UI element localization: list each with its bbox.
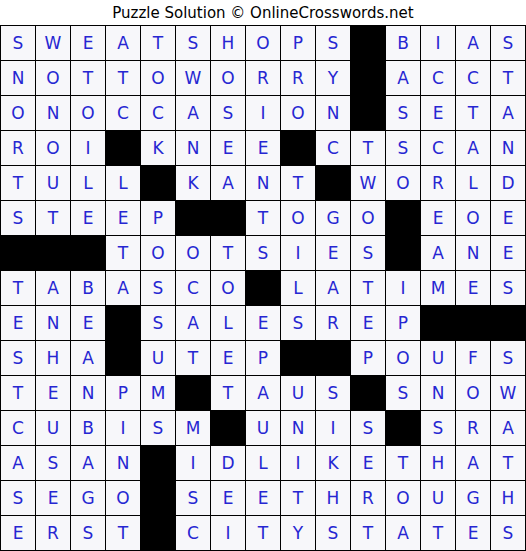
letter-cell-r2c15: T (491, 61, 525, 95)
block-cell-r10c4 (106, 341, 140, 375)
letter-cell-r10c8: P (246, 341, 280, 375)
letter-cell-r8c7: O (211, 271, 245, 305)
letter-cell-r1c3: E (71, 26, 105, 60)
letter-cell-r2c5: O (141, 61, 175, 95)
letter-cell-r12c10: I (316, 411, 350, 445)
letter-cell-r11c12: S (386, 376, 420, 410)
letter-cell-r14c3: G (71, 481, 105, 515)
letter-cell-r3c3: O (71, 96, 105, 130)
letter-cell-r1c2: W (36, 26, 70, 60)
block-cell-r4c9 (281, 131, 315, 165)
letter-cell-r3c5: C (141, 96, 175, 130)
letter-cell-r8c15: S (491, 271, 525, 305)
letter-cell-r7c5: O (141, 236, 175, 270)
letter-cell-r11c9: U (281, 376, 315, 410)
letter-cell-r4c5: K (141, 131, 175, 165)
letter-cell-r10c13: U (421, 341, 455, 375)
letter-cell-r3c9: O (281, 96, 315, 130)
letter-cell-r6c4: E (106, 201, 140, 235)
letter-cell-r14c7: E (211, 481, 245, 515)
block-cell-r11c11 (351, 376, 385, 410)
letter-cell-r9c1: E (1, 306, 35, 340)
block-cell-r1c11 (351, 26, 385, 60)
letter-cell-r13c10: K (316, 446, 350, 480)
letter-cell-r5c8: N (246, 166, 280, 200)
letter-cell-r14c10: H (316, 481, 350, 515)
letter-cell-r14c15: H (491, 481, 525, 515)
letter-cell-r13c9: I (281, 446, 315, 480)
letter-cell-r2c14: C (456, 61, 490, 95)
letter-cell-r1c12: B (386, 26, 420, 60)
letter-cell-r5c15: D (491, 166, 525, 200)
letter-cell-r3c15: A (491, 96, 525, 130)
block-cell-r9c15 (491, 306, 525, 340)
letter-cell-r7c11: S (351, 236, 385, 270)
letter-cell-r13c3: A (71, 446, 105, 480)
letter-cell-r8c2: A (36, 271, 70, 305)
letter-cell-r15c7: I (211, 516, 245, 550)
letter-cell-r11c1: T (1, 376, 35, 410)
letter-cell-r7c7: T (211, 236, 245, 270)
letter-cell-r5c13: R (421, 166, 455, 200)
letter-cell-r13c14: A (456, 446, 490, 480)
letter-cell-r7c8: S (246, 236, 280, 270)
letter-cell-r2c1: N (1, 61, 35, 95)
letter-cell-r3c14: T (456, 96, 490, 130)
block-cell-r9c14 (456, 306, 490, 340)
letter-cell-r1c8: O (246, 26, 280, 60)
letter-cell-r15c12: A (386, 516, 420, 550)
letter-cell-r5c9: T (281, 166, 315, 200)
letter-cell-r8c5: S (141, 271, 175, 305)
letter-cell-r1c14: A (456, 26, 490, 60)
letter-cell-r14c6: S (176, 481, 210, 515)
letter-cell-r6c15: E (491, 201, 525, 235)
block-cell-r15c5 (141, 516, 175, 550)
letter-cell-r5c14: L (456, 166, 490, 200)
letter-cell-r12c8: U (246, 411, 280, 445)
letter-cell-r4c12: S (386, 131, 420, 165)
letter-cell-r10c12: O (386, 341, 420, 375)
letter-cell-r14c12: O (386, 481, 420, 515)
letter-cell-r2c4: T (106, 61, 140, 95)
letter-cell-r2c9: R (281, 61, 315, 95)
letter-cell-r3c10: N (316, 96, 350, 130)
letter-cell-r8c11: T (351, 271, 385, 305)
letter-cell-r6c2: T (36, 201, 70, 235)
letter-cell-r15c9: Y (281, 516, 315, 550)
block-cell-r9c4 (106, 306, 140, 340)
letter-cell-r14c4: O (106, 481, 140, 515)
letter-cell-r2c7: O (211, 61, 245, 95)
block-cell-r8c8 (246, 271, 280, 305)
block-cell-r9c13 (421, 306, 455, 340)
letter-cell-r11c15: W (491, 376, 525, 410)
letter-cell-r15c11: T (351, 516, 385, 550)
letter-cell-r10c5: U (141, 341, 175, 375)
letter-cell-r12c13: S (421, 411, 455, 445)
letter-cell-r7c4: T (106, 236, 140, 270)
letter-cell-r5c6: K (176, 166, 210, 200)
letter-cell-r2c10: Y (316, 61, 350, 95)
letter-cell-r7c14: N (456, 236, 490, 270)
letter-cell-r6c11: O (351, 201, 385, 235)
block-cell-r7c12 (386, 236, 420, 270)
block-cell-r13c5 (141, 446, 175, 480)
block-cell-r12c7 (211, 411, 245, 445)
block-cell-r6c6 (176, 201, 210, 235)
letter-cell-r14c14: G (456, 481, 490, 515)
letter-cell-r2c12: A (386, 61, 420, 95)
letter-cell-r4c3: I (71, 131, 105, 165)
letter-cell-r4c15: N (491, 131, 525, 165)
letter-cell-r15c8: T (246, 516, 280, 550)
letter-cell-r11c3: N (71, 376, 105, 410)
letter-cell-r7c9: I (281, 236, 315, 270)
letter-cell-r8c3: B (71, 271, 105, 305)
letter-cell-r5c1: T (1, 166, 35, 200)
letter-cell-r6c9: O (281, 201, 315, 235)
crossword-grid: SWEATSHOPSBIASNOTTOWORRYACCTONOCCASIONSE… (0, 25, 526, 551)
letter-cell-r13c6: I (176, 446, 210, 480)
letter-cell-r2c3: T (71, 61, 105, 95)
letter-cell-r14c9: T (281, 481, 315, 515)
letter-cell-r10c14: F (456, 341, 490, 375)
letter-cell-r8c10: A (316, 271, 350, 305)
letter-cell-r8c12: I (386, 271, 420, 305)
letter-cell-r12c5: S (141, 411, 175, 445)
block-cell-r4c4 (106, 131, 140, 165)
letter-cell-r4c1: R (1, 131, 35, 165)
letter-cell-r11c8: A (246, 376, 280, 410)
letter-cell-r15c14: E (456, 516, 490, 550)
letter-cell-r1c6: S (176, 26, 210, 60)
letter-cell-r8c13: M (421, 271, 455, 305)
letter-cell-r3c1: O (1, 96, 35, 130)
letter-cell-r1c15: S (491, 26, 525, 60)
letter-cell-r13c8: L (246, 446, 280, 480)
letter-cell-r6c14: O (456, 201, 490, 235)
letter-cell-r14c2: E (36, 481, 70, 515)
letter-cell-r11c13: N (421, 376, 455, 410)
letter-cell-r15c2: R (36, 516, 70, 550)
block-cell-r6c7 (211, 201, 245, 235)
letter-cell-r6c10: G (316, 201, 350, 235)
letter-cell-r4c10: C (316, 131, 350, 165)
letter-cell-r8c6: C (176, 271, 210, 305)
letter-cell-r5c7: A (211, 166, 245, 200)
letter-cell-r4c14: A (456, 131, 490, 165)
letter-cell-r2c13: C (421, 61, 455, 95)
letter-cell-r14c8: E (246, 481, 280, 515)
letter-cell-r15c6: C (176, 516, 210, 550)
letter-cell-r14c13: U (421, 481, 455, 515)
letter-cell-r14c1: S (1, 481, 35, 515)
letter-cell-r4c8: E (246, 131, 280, 165)
letter-cell-r5c2: U (36, 166, 70, 200)
letter-cell-r3c6: A (176, 96, 210, 130)
letter-cell-r4c11: T (351, 131, 385, 165)
block-cell-r14c5 (141, 481, 175, 515)
letter-cell-r4c6: N (176, 131, 210, 165)
letter-cell-r5c4: L (106, 166, 140, 200)
letter-cell-r7c13: A (421, 236, 455, 270)
letter-cell-r4c7: E (211, 131, 245, 165)
letter-cell-r13c1: A (1, 446, 35, 480)
letter-cell-r5c11: W (351, 166, 385, 200)
letter-cell-r8c9: L (281, 271, 315, 305)
letter-cell-r7c6: O (176, 236, 210, 270)
letter-cell-r12c3: B (71, 411, 105, 445)
letter-cell-r5c3: L (71, 166, 105, 200)
letter-cell-r13c15: T (491, 446, 525, 480)
letter-cell-r4c2: O (36, 131, 70, 165)
letter-cell-r13c7: D (211, 446, 245, 480)
letter-cell-r9c6: A (176, 306, 210, 340)
letter-cell-r9c10: R (316, 306, 350, 340)
letter-cell-r1c9: P (281, 26, 315, 60)
letter-cell-r15c15: S (491, 516, 525, 550)
letter-cell-r12c2: U (36, 411, 70, 445)
letter-cell-r13c13: H (421, 446, 455, 480)
letter-cell-r6c5: P (141, 201, 175, 235)
letter-cell-r15c13: T (421, 516, 455, 550)
letter-cell-r2c6: W (176, 61, 210, 95)
letter-cell-r12c14: R (456, 411, 490, 445)
block-cell-r6c12 (386, 201, 420, 235)
letter-cell-r10c3: A (71, 341, 105, 375)
block-cell-r10c9 (281, 341, 315, 375)
letter-cell-r15c4: T (106, 516, 140, 550)
letter-cell-r3c4: C (106, 96, 140, 130)
letter-cell-r14c11: R (351, 481, 385, 515)
letter-cell-r9c9: S (281, 306, 315, 340)
block-cell-r2c11 (351, 61, 385, 95)
letter-cell-r10c1: S (1, 341, 35, 375)
letter-cell-r13c11: E (351, 446, 385, 480)
block-cell-r7c3 (71, 236, 105, 270)
letter-cell-r11c4: P (106, 376, 140, 410)
letter-cell-r9c11: E (351, 306, 385, 340)
block-cell-r10c10 (316, 341, 350, 375)
letter-cell-r3c8: I (246, 96, 280, 130)
letter-cell-r10c15: S (491, 341, 525, 375)
letter-cell-r5c12: O (386, 166, 420, 200)
letter-cell-r13c12: T (386, 446, 420, 480)
letter-cell-r11c2: E (36, 376, 70, 410)
letter-cell-r2c2: O (36, 61, 70, 95)
letter-cell-r3c2: N (36, 96, 70, 130)
letter-cell-r11c7: T (211, 376, 245, 410)
letter-cell-r6c13: E (421, 201, 455, 235)
letter-cell-r9c8: E (246, 306, 280, 340)
letter-cell-r9c5: S (141, 306, 175, 340)
letter-cell-r12c9: N (281, 411, 315, 445)
letter-cell-r7c15: E (491, 236, 525, 270)
letter-cell-r1c1: S (1, 26, 35, 60)
letter-cell-r6c8: T (246, 201, 280, 235)
letter-cell-r1c4: A (106, 26, 140, 60)
letter-cell-r3c12: S (386, 96, 420, 130)
letter-cell-r9c2: N (36, 306, 70, 340)
letter-cell-r8c14: E (456, 271, 490, 305)
block-cell-r7c2 (36, 236, 70, 270)
block-cell-r3c11 (351, 96, 385, 130)
letter-cell-r7c10: E (316, 236, 350, 270)
letter-cell-r1c7: H (211, 26, 245, 60)
letter-cell-r15c1: E (1, 516, 35, 550)
letter-cell-r12c11: S (351, 411, 385, 445)
block-cell-r7c1 (1, 236, 35, 270)
letter-cell-r10c11: P (351, 341, 385, 375)
letter-cell-r13c4: N (106, 446, 140, 480)
block-cell-r12c12 (386, 411, 420, 445)
letter-cell-r2c8: R (246, 61, 280, 95)
puzzle-solution-page: Puzzle Solution © OnlineCrosswords.net S… (0, 0, 526, 551)
letter-cell-r9c3: E (71, 306, 105, 340)
letter-cell-r12c4: I (106, 411, 140, 445)
block-cell-r5c5 (141, 166, 175, 200)
letter-cell-r10c7: E (211, 341, 245, 375)
letter-cell-r12c15: A (491, 411, 525, 445)
letter-cell-r6c3: E (71, 201, 105, 235)
letter-cell-r13c2: S (36, 446, 70, 480)
letter-cell-r4c13: C (421, 131, 455, 165)
block-cell-r11c6 (176, 376, 210, 410)
letter-cell-r12c6: M (176, 411, 210, 445)
letter-cell-r15c10: S (316, 516, 350, 550)
letter-cell-r9c12: P (386, 306, 420, 340)
letter-cell-r15c3: S (71, 516, 105, 550)
letter-cell-r11c10: S (316, 376, 350, 410)
block-cell-r5c10 (316, 166, 350, 200)
letter-cell-r8c1: T (1, 271, 35, 305)
letter-cell-r1c13: I (421, 26, 455, 60)
page-title: Puzzle Solution © OnlineCrosswords.net (0, 0, 526, 25)
letter-cell-r6c1: S (1, 201, 35, 235)
letter-cell-r11c5: M (141, 376, 175, 410)
letter-cell-r1c5: T (141, 26, 175, 60)
letter-cell-r12c1: C (1, 411, 35, 445)
letter-cell-r11c14: O (456, 376, 490, 410)
letter-cell-r9c7: L (211, 306, 245, 340)
letter-cell-r8c4: A (106, 271, 140, 305)
letter-cell-r3c13: E (421, 96, 455, 130)
letter-cell-r3c7: S (211, 96, 245, 130)
letter-cell-r10c6: T (176, 341, 210, 375)
letter-cell-r1c10: S (316, 26, 350, 60)
letter-cell-r10c2: H (36, 341, 70, 375)
